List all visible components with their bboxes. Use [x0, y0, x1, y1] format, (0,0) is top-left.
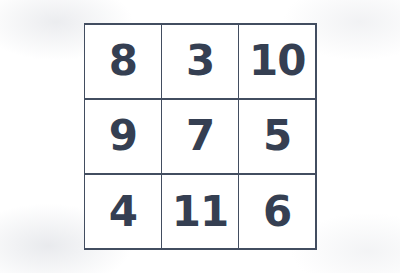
cell-r0c2: 10 — [239, 25, 315, 99]
cell-r1c2: 5 — [239, 100, 315, 174]
cell-value-r1c2: 5 — [263, 115, 291, 157]
cell-r2c1: 11 — [162, 175, 238, 249]
cell-r0c1: 3 — [162, 25, 238, 99]
cell-value-r0c1: 3 — [186, 40, 214, 82]
page: 8 3 10 9 7 5 4 11 6 — [0, 0, 400, 273]
cell-r0c0: 8 — [85, 25, 161, 99]
cell-value-r2c2: 6 — [263, 191, 291, 233]
cell-value-r1c0: 9 — [109, 115, 137, 157]
cell-value-r2c1: 11 — [172, 191, 228, 233]
cell-value-r1c1: 7 — [186, 115, 214, 157]
cell-value-r0c0: 8 — [109, 40, 137, 82]
cell-value-r2c0: 4 — [109, 191, 137, 233]
cell-value-r0c2: 10 — [249, 40, 305, 82]
magic-square-board: 8 3 10 9 7 5 4 11 6 — [84, 23, 317, 250]
board-area: 8 3 10 9 7 5 4 11 6 — [0, 0, 400, 273]
cell-r1c1: 7 — [162, 100, 238, 174]
cell-r2c0: 4 — [85, 175, 161, 249]
cell-r1c0: 9 — [85, 100, 161, 174]
cell-r2c2: 6 — [239, 175, 315, 249]
